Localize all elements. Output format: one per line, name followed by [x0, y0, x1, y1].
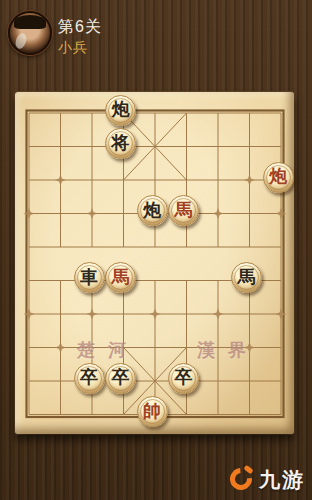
piece-glyph: 卒 [112, 368, 130, 386]
piece-black-chariot[interactable]: 車 [74, 262, 105, 293]
top-bar: 第6关 小兵 [0, 0, 312, 70]
piece-glyph: 馬 [112, 268, 130, 286]
piece-glyph: 馬 [238, 268, 256, 286]
piece-glyph: 車 [80, 268, 98, 286]
piece-black-cannon-2[interactable]: 炮 [137, 195, 168, 226]
piece-red-general[interactable]: 帥 [137, 396, 168, 427]
piece-black-horse[interactable]: 馬 [231, 262, 262, 293]
avatar-highlight [14, 32, 28, 50]
jiuyou-logo-text: 九游 [259, 466, 305, 494]
piece-glyph: 馬 [175, 201, 193, 219]
piece-black-soldier-3[interactable]: 卒 [168, 363, 199, 394]
game-screen: 第6关 小兵 楚河 漢界 炮将炮炮馬車馬馬卒卒卒帥 九游 [0, 0, 312, 500]
piece-red-horse-2[interactable]: 馬 [105, 262, 136, 293]
level-subtitle: 小兵 [58, 39, 88, 57]
piece-glyph: 卒 [80, 368, 98, 386]
avatar-face [14, 15, 46, 29]
piece-glyph: 卒 [175, 368, 193, 386]
level-title: 第6关 [58, 17, 102, 38]
piece-glyph: 炮 [112, 100, 130, 118]
piece-black-soldier-2[interactable]: 卒 [105, 363, 136, 394]
piece-glyph: 炮 [269, 167, 287, 185]
piece-red-cannon[interactable]: 炮 [263, 162, 294, 193]
jiuyou-watermark: 九游 [229, 466, 305, 494]
xiangqi-board[interactable]: 楚河 漢界 炮将炮炮馬車馬馬卒卒卒帥 [15, 92, 294, 434]
piece-black-soldier-1[interactable]: 卒 [74, 363, 105, 394]
piece-black-cannon-1[interactable]: 炮 [105, 95, 136, 126]
piece-glyph: 将 [112, 134, 130, 152]
piece-glyph: 帥 [143, 402, 161, 420]
piece-black-general[interactable]: 将 [105, 128, 136, 159]
player-avatar[interactable] [8, 11, 52, 55]
jiuyou-logo-icon [229, 467, 255, 493]
piece-glyph: 炮 [143, 201, 161, 219]
piece-red-horse-1[interactable]: 馬 [168, 195, 199, 226]
